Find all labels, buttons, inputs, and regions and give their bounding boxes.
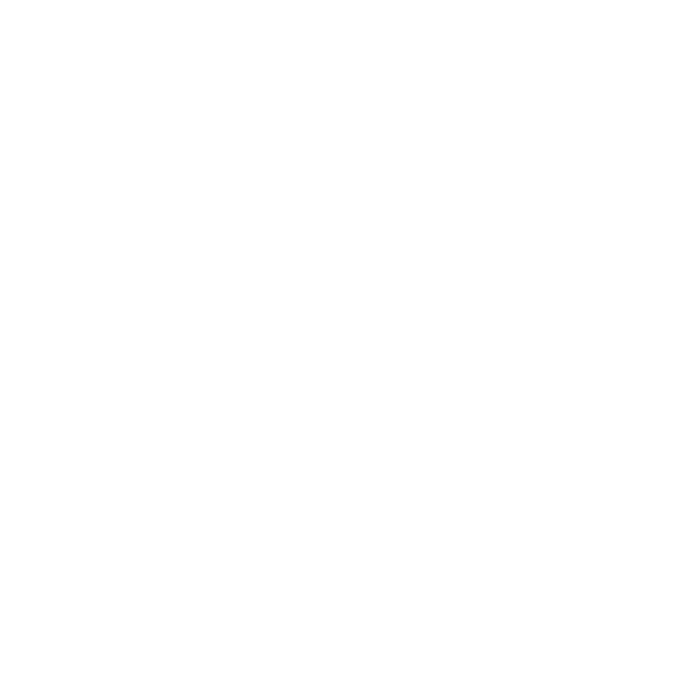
product-photo-chess-set — [0, 0, 700, 700]
chess-board — [0, 0, 700, 700]
